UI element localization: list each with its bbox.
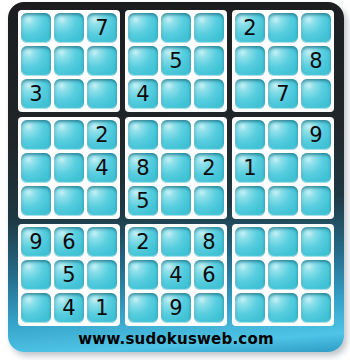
cell-r1c6[interactable] — [194, 13, 224, 43]
cell-r9c7[interactable] — [235, 293, 265, 323]
cell-r4c4[interactable] — [128, 120, 158, 150]
cell-r9c1[interactable] — [21, 293, 51, 323]
cell-r5c6[interactable]: 2 — [194, 153, 224, 183]
cell-r8c9[interactable] — [301, 260, 331, 290]
cell-r9c9[interactable] — [301, 293, 331, 323]
cell-r5c7[interactable]: 1 — [235, 153, 265, 183]
cell-r1c1[interactable] — [21, 13, 51, 43]
box-3: 287 — [232, 10, 334, 112]
cell-r2c5[interactable]: 5 — [161, 46, 191, 76]
box-9 — [232, 224, 334, 326]
cell-r9c6[interactable] — [194, 293, 224, 323]
cell-r6c3[interactable] — [87, 186, 117, 216]
cell-r8c5[interactable]: 4 — [161, 260, 191, 290]
cell-r3c9[interactable] — [301, 79, 331, 109]
cell-r9c2[interactable]: 4 — [54, 293, 84, 323]
cell-r8c8[interactable] — [268, 260, 298, 290]
cell-r5c1[interactable] — [21, 153, 51, 183]
cell-r7c5[interactable] — [161, 227, 191, 257]
box-5: 825 — [125, 117, 227, 219]
box-7: 96541 — [18, 224, 120, 326]
cell-r4c7[interactable] — [235, 120, 265, 150]
cell-r6c5[interactable] — [161, 186, 191, 216]
cell-r5c4[interactable]: 8 — [128, 153, 158, 183]
sudoku-page: 735428724825919654128469 www.sudokusweb.… — [0, 0, 350, 360]
cell-r8c2[interactable]: 5 — [54, 260, 84, 290]
website-link[interactable]: www.sudokusweb.com — [78, 330, 273, 348]
cell-r8c1[interactable] — [21, 260, 51, 290]
cell-r2c9[interactable]: 8 — [301, 46, 331, 76]
cell-r4c1[interactable] — [21, 120, 51, 150]
cell-r5c8[interactable] — [268, 153, 298, 183]
cell-r5c3[interactable]: 4 — [87, 153, 117, 183]
box-4: 24 — [18, 117, 120, 219]
cell-r3c8[interactable]: 7 — [268, 79, 298, 109]
cell-r4c6[interactable] — [194, 120, 224, 150]
cell-r6c6[interactable] — [194, 186, 224, 216]
cell-r6c1[interactable] — [21, 186, 51, 216]
cell-r1c5[interactable] — [161, 13, 191, 43]
cell-r7c1[interactable]: 9 — [21, 227, 51, 257]
cell-r3c5[interactable] — [161, 79, 191, 109]
cell-r6c7[interactable] — [235, 186, 265, 216]
cell-r2c2[interactable] — [54, 46, 84, 76]
cell-r7c4[interactable]: 2 — [128, 227, 158, 257]
cell-r5c5[interactable] — [161, 153, 191, 183]
cell-r9c8[interactable] — [268, 293, 298, 323]
sudoku-grid: 735428724825919654128469 — [18, 10, 334, 326]
cell-r4c8[interactable] — [268, 120, 298, 150]
box-8: 28469 — [125, 224, 227, 326]
cell-r1c4[interactable] — [128, 13, 158, 43]
cell-r4c5[interactable] — [161, 120, 191, 150]
cell-r2c3[interactable] — [87, 46, 117, 76]
cell-r8c6[interactable]: 6 — [194, 260, 224, 290]
cell-r3c7[interactable] — [235, 79, 265, 109]
cell-r7c8[interactable] — [268, 227, 298, 257]
cell-r2c7[interactable] — [235, 46, 265, 76]
footer-bar: www.sudokusweb.com — [8, 326, 344, 352]
board-frame: 735428724825919654128469 www.sudokusweb.… — [8, 2, 344, 352]
box-1: 73 — [18, 10, 120, 112]
cell-r1c7[interactable]: 2 — [235, 13, 265, 43]
cell-r6c8[interactable] — [268, 186, 298, 216]
cell-r6c9[interactable] — [301, 186, 331, 216]
cell-r2c6[interactable] — [194, 46, 224, 76]
cell-r7c3[interactable] — [87, 227, 117, 257]
cell-r6c2[interactable] — [54, 186, 84, 216]
cell-r3c6[interactable] — [194, 79, 224, 109]
cell-r1c2[interactable] — [54, 13, 84, 43]
cell-r3c3[interactable] — [87, 79, 117, 109]
cell-r4c9[interactable]: 9 — [301, 120, 331, 150]
cell-r8c4[interactable] — [128, 260, 158, 290]
cell-r7c7[interactable] — [235, 227, 265, 257]
cell-r8c7[interactable] — [235, 260, 265, 290]
cell-r6c4[interactable]: 5 — [128, 186, 158, 216]
cell-r5c9[interactable] — [301, 153, 331, 183]
cell-r7c2[interactable]: 6 — [54, 227, 84, 257]
cell-r2c1[interactable] — [21, 46, 51, 76]
cell-r1c8[interactable] — [268, 13, 298, 43]
cell-r9c5[interactable]: 9 — [161, 293, 191, 323]
cell-r3c1[interactable]: 3 — [21, 79, 51, 109]
cell-r3c4[interactable]: 4 — [128, 79, 158, 109]
cell-r1c9[interactable] — [301, 13, 331, 43]
cell-r7c6[interactable]: 8 — [194, 227, 224, 257]
cell-r4c3[interactable]: 2 — [87, 120, 117, 150]
cell-r7c9[interactable] — [301, 227, 331, 257]
cell-r3c2[interactable] — [54, 79, 84, 109]
cell-r9c3[interactable]: 1 — [87, 293, 117, 323]
box-2: 54 — [125, 10, 227, 112]
cell-r4c2[interactable] — [54, 120, 84, 150]
cell-r2c8[interactable] — [268, 46, 298, 76]
cell-r1c3[interactable]: 7 — [87, 13, 117, 43]
cell-r5c2[interactable] — [54, 153, 84, 183]
cell-r2c4[interactable] — [128, 46, 158, 76]
cell-r9c4[interactable] — [128, 293, 158, 323]
box-6: 91 — [232, 117, 334, 219]
cell-r8c3[interactable] — [87, 260, 117, 290]
